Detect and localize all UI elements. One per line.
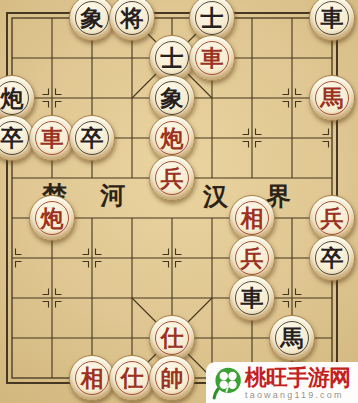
pieces-layer: 象将士車士車炮象馬卒車卒炮兵炮相兵兵卒車仕馬相仕帥 (0, 0, 352, 398)
watermark-site-url: taowang119.com (245, 390, 344, 400)
piece-black-horse[interactable]: 馬 (269, 315, 315, 361)
piece-black-elephant[interactable]: 象 (69, 0, 115, 41)
piece-red-pawn[interactable]: 兵 (149, 155, 195, 201)
piece-glyph: 仕 (161, 327, 184, 350)
piece-glyph: 象 (161, 87, 184, 110)
piece-glyph: 士 (161, 47, 184, 70)
piece-glyph: 馬 (281, 327, 304, 350)
piece-glyph: 車 (201, 47, 224, 70)
piece-glyph: 炮 (1, 87, 24, 110)
xiangqi-app: 楚河 汉界 象将士車士車炮象馬卒車卒炮兵炮相兵兵卒車仕馬相仕帥 桃旺手游网 ta… (0, 0, 358, 403)
piece-black-chariot[interactable]: 車 (309, 0, 355, 41)
piece-glyph: 卒 (1, 127, 24, 150)
watermark-site-name: 桃旺手游网 (245, 366, 350, 390)
site-watermark: 桃旺手游网 taowang119.com (206, 362, 358, 403)
piece-glyph: 仕 (121, 367, 144, 390)
piece-black-cannon[interactable]: 炮 (0, 75, 35, 121)
piece-glyph: 車 (241, 287, 264, 310)
piece-red-horse[interactable]: 馬 (309, 75, 355, 121)
piece-glyph: 将 (121, 7, 144, 30)
piece-black-general[interactable]: 将 (109, 0, 155, 41)
piece-glyph: 炮 (41, 207, 64, 230)
piece-glyph: 兵 (321, 207, 344, 230)
piece-glyph: 帥 (161, 367, 184, 390)
piece-glyph: 相 (81, 367, 104, 390)
piece-glyph: 馬 (321, 87, 344, 110)
piece-black-pawn[interactable]: 卒 (309, 235, 355, 281)
piece-glyph: 兵 (241, 247, 264, 270)
piece-black-chariot[interactable]: 車 (229, 275, 275, 321)
piece-glyph: 車 (41, 127, 64, 150)
piece-red-general[interactable]: 帥 (149, 355, 195, 401)
piece-glyph: 炮 (161, 127, 184, 150)
piece-glyph: 車 (321, 7, 344, 30)
piece-black-pawn[interactable]: 卒 (69, 115, 115, 161)
piece-glyph: 象 (81, 7, 104, 30)
piece-glyph: 士 (201, 7, 224, 30)
piece-red-chariot[interactable]: 車 (189, 35, 235, 81)
piece-glyph: 卒 (81, 127, 104, 150)
piece-glyph: 卒 (321, 247, 344, 270)
watermark-texts: 桃旺手游网 taowang119.com (245, 366, 350, 400)
piece-glyph: 兵 (161, 167, 184, 190)
piece-glyph: 相 (241, 207, 264, 230)
clover-logo-icon (208, 365, 243, 401)
piece-red-cannon[interactable]: 炮 (29, 195, 75, 241)
